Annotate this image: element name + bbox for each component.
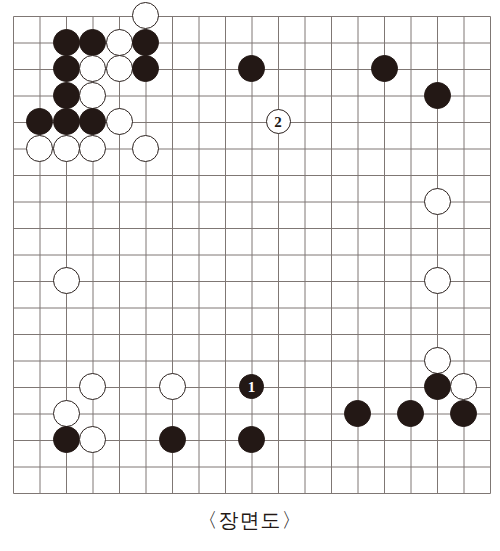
black-stone[interactable] [53,82,80,109]
move-number-label: 2 [274,115,282,130]
black-stone[interactable] [424,82,451,109]
white-stone[interactable] [79,373,106,400]
black-stone[interactable] [53,108,80,135]
black-stone[interactable] [424,373,451,400]
move-number-label: 1 [248,380,256,395]
white-stone[interactable] [159,373,186,400]
white-stone[interactable] [106,55,133,82]
black-stone[interactable] [79,29,106,56]
white-stone[interactable] [79,55,106,82]
black-stone[interactable] [238,55,265,82]
black-stone[interactable] [159,426,186,453]
white-stone[interactable] [79,82,106,109]
white-stone[interactable] [106,29,133,56]
white-stone[interactable] [424,347,451,374]
white-stone[interactable] [53,400,80,427]
white-stone[interactable]: 2 [266,109,291,134]
white-stone[interactable] [53,267,80,294]
black-stone[interactable] [450,400,477,427]
white-stone[interactable] [424,267,451,294]
stones-layer: 21 [0,2,500,506]
diagram-caption: 〈장면도〉 [0,507,500,534]
black-stone[interactable] [238,426,265,453]
black-stone[interactable] [53,55,80,82]
white-stone[interactable] [132,2,159,29]
white-stone[interactable] [450,373,477,400]
black-stone[interactable] [26,108,53,135]
black-stone[interactable] [79,108,106,135]
black-stone[interactable]: 1 [239,374,264,399]
white-stone[interactable] [79,426,106,453]
white-stone[interactable] [53,135,80,162]
white-stone[interactable] [26,135,53,162]
white-stone[interactable] [424,188,451,215]
black-stone[interactable] [371,55,398,82]
white-stone[interactable] [132,135,159,162]
black-stone[interactable] [397,400,424,427]
white-stone[interactable] [79,135,106,162]
go-board[interactable]: 21 [0,0,500,500]
black-stone[interactable] [53,29,80,56]
black-stone[interactable] [132,55,159,82]
black-stone[interactable] [132,29,159,56]
black-stone[interactable] [344,400,371,427]
black-stone[interactable] [53,426,80,453]
white-stone[interactable] [106,108,133,135]
